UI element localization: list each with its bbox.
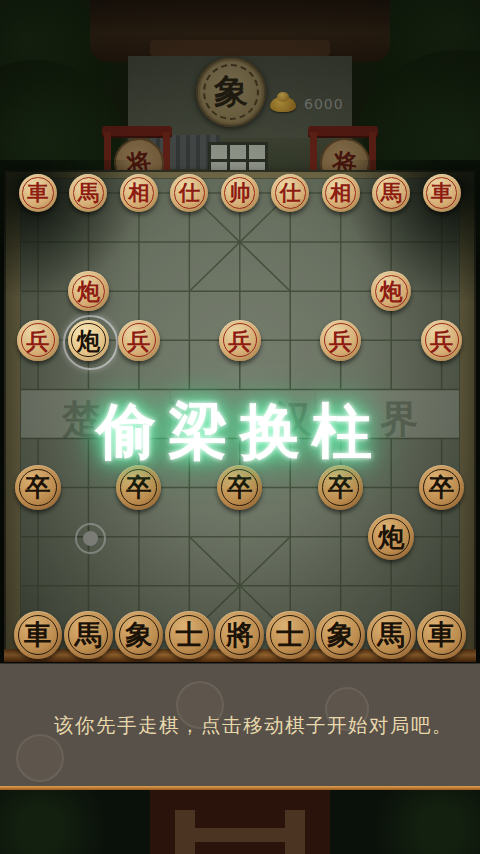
emblem-character: 象 — [198, 59, 264, 125]
tutorial-message: 该你先手走棋，点击移动棋子开始对局吧。 — [54, 712, 453, 739]
piece-black-advisor-f10[interactable]: 士 — [266, 611, 315, 660]
piece-red-chariot-a1[interactable]: 車 — [19, 174, 57, 212]
xiangqi-emblem-icon: 象 — [196, 57, 266, 127]
gold-ingot-icon — [270, 97, 296, 112]
piece-red-horse-h1[interactable]: 馬 — [372, 174, 410, 212]
piece-black-horse-b10[interactable]: 馬 — [64, 611, 113, 660]
temple-beam — [150, 40, 330, 56]
coin-display: 6000 — [270, 96, 344, 112]
xiangqi-board[interactable]: 楚河 汉界 車馬相仕帅仕相馬車炮炮兵炮兵兵兵兵卒卒卒卒卒炮車馬象士將士象馬車 — [20, 178, 460, 655]
piece-red-pawn-e4[interactable]: 兵 — [219, 320, 261, 362]
piece-red-pawn-a4[interactable]: 兵 — [17, 320, 59, 362]
piece-red-elephant-g1[interactable]: 相 — [322, 174, 360, 212]
piece-black-elephant-c10[interactable]: 象 — [115, 611, 164, 660]
piece-black-pawn-a7[interactable]: 卒 — [15, 465, 60, 510]
piece-black-pawn-i7[interactable]: 卒 — [419, 465, 464, 510]
piece-red-elephant-c1[interactable]: 相 — [120, 174, 158, 212]
game-screen: 将 将 象 6000 楚河 汉界 車馬相仕帅仕相馬車炮炮兵炮兵兵兵兵卒卒卒卒卒炮… — [0, 0, 480, 854]
piece-red-general-e1[interactable]: 帅 — [221, 174, 259, 212]
piece-black-general-e10[interactable]: 將 — [215, 611, 264, 660]
piece-red-chariot-i1[interactable]: 車 — [423, 174, 461, 212]
ghost-avatar — [16, 734, 64, 782]
piece-red-pawn-c4[interactable]: 兵 — [118, 320, 160, 362]
coin-count: 6000 — [304, 96, 344, 112]
piece-black-horse-h10[interactable]: 馬 — [367, 611, 416, 660]
piece-black-cannon-h8[interactable]: 炮 — [368, 514, 414, 560]
piece-black-chariot-i10[interactable]: 車 — [417, 611, 466, 660]
board-grid — [20, 178, 460, 655]
piece-red-pawn-i4[interactable]: 兵 — [421, 320, 463, 362]
piece-black-advisor-d10[interactable]: 士 — [165, 611, 214, 660]
panel-bottom-edge — [0, 786, 480, 790]
message-panel: 该你先手走棋，点击移动棋子开始对局吧。 — [0, 663, 480, 787]
piece-red-cannon-b3[interactable]: 炮 — [68, 271, 108, 311]
footer-scene — [0, 790, 480, 854]
piece-black-cannon-b4[interactable]: 炮 — [68, 320, 110, 362]
piece-black-elephant-g10[interactable]: 象 — [316, 611, 365, 660]
last-move-origin-marker — [75, 523, 106, 554]
temple-background: 将 将 象 6000 — [0, 0, 480, 180]
piece-red-advisor-f1[interactable]: 仕 — [271, 174, 309, 212]
